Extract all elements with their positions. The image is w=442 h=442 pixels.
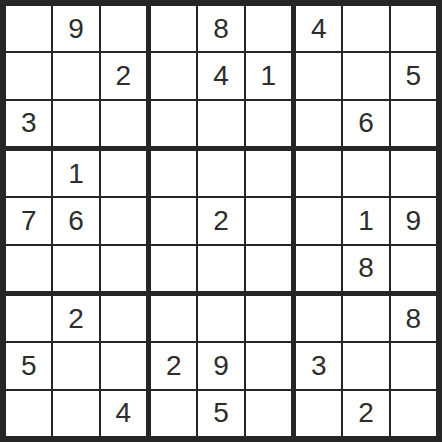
- sudoku-box-5: 2: [151, 151, 291, 291]
- cell-r2c2[interactable]: [53, 53, 98, 98]
- cell-r6c3[interactable]: [101, 246, 146, 291]
- sudoku-board-frame: 9238414561762198254295832: [0, 0, 442, 442]
- sudoku-box-8: 295: [151, 296, 291, 436]
- cell-r4c3[interactable]: [101, 151, 146, 196]
- cell-r6c6[interactable]: [246, 246, 291, 291]
- cell-r9c4[interactable]: [151, 391, 196, 436]
- cell-r1c4[interactable]: [151, 6, 196, 51]
- cell-r2c4[interactable]: [151, 53, 196, 98]
- cell-r5c1[interactable]: 7: [6, 198, 51, 243]
- cell-r3c3[interactable]: [101, 101, 146, 146]
- cell-r5c9[interactable]: 9: [391, 198, 436, 243]
- sudoku-box-9: 832: [296, 296, 436, 436]
- cell-r1c6[interactable]: [246, 6, 291, 51]
- cell-r6c7[interactable]: [296, 246, 341, 291]
- cell-r4c9[interactable]: [391, 151, 436, 196]
- cell-r2c5[interactable]: 4: [198, 53, 243, 98]
- cell-r8c9[interactable]: [391, 343, 436, 388]
- cell-r5c4[interactable]: [151, 198, 196, 243]
- cell-r6c4[interactable]: [151, 246, 196, 291]
- cell-r2c6[interactable]: 1: [246, 53, 291, 98]
- cell-r2c1[interactable]: [6, 53, 51, 98]
- cell-r3c2[interactable]: [53, 101, 98, 146]
- cell-r9c8[interactable]: 2: [343, 391, 388, 436]
- cell-r7c4[interactable]: [151, 296, 196, 341]
- cell-r5c8[interactable]: 1: [343, 198, 388, 243]
- cell-r9c1[interactable]: [6, 391, 51, 436]
- cell-r8c7[interactable]: 3: [296, 343, 341, 388]
- cell-r3c5[interactable]: [198, 101, 243, 146]
- cell-r8c2[interactable]: [53, 343, 98, 388]
- cell-r5c7[interactable]: [296, 198, 341, 243]
- cell-r3c4[interactable]: [151, 101, 196, 146]
- cell-r1c3[interactable]: [101, 6, 146, 51]
- cell-r6c8[interactable]: 8: [343, 246, 388, 291]
- cell-r7c6[interactable]: [246, 296, 291, 341]
- cell-r8c4[interactable]: 2: [151, 343, 196, 388]
- sudoku-board: 9238414561762198254295832: [6, 6, 436, 436]
- cell-r9c2[interactable]: [53, 391, 98, 436]
- cell-r4c4[interactable]: [151, 151, 196, 196]
- cell-r5c3[interactable]: [101, 198, 146, 243]
- cell-r5c5[interactable]: 2: [198, 198, 243, 243]
- cell-r9c6[interactable]: [246, 391, 291, 436]
- cell-r3c8[interactable]: 6: [343, 101, 388, 146]
- cell-r4c2[interactable]: 1: [53, 151, 98, 196]
- cell-r4c7[interactable]: [296, 151, 341, 196]
- cell-r6c2[interactable]: [53, 246, 98, 291]
- cell-r9c9[interactable]: [391, 391, 436, 436]
- cell-r4c8[interactable]: [343, 151, 388, 196]
- cell-r8c3[interactable]: [101, 343, 146, 388]
- cell-r1c2[interactable]: 9: [53, 6, 98, 51]
- cell-r8c8[interactable]: [343, 343, 388, 388]
- cell-r2c3[interactable]: 2: [101, 53, 146, 98]
- cell-r9c7[interactable]: [296, 391, 341, 436]
- sudoku-box-2: 841: [151, 6, 291, 146]
- cell-r2c9[interactable]: 5: [391, 53, 436, 98]
- cell-r5c2[interactable]: 6: [53, 198, 98, 243]
- cell-r4c6[interactable]: [246, 151, 291, 196]
- cell-r9c3[interactable]: 4: [101, 391, 146, 436]
- cell-r6c5[interactable]: [198, 246, 243, 291]
- cell-r3c1[interactable]: 3: [6, 101, 51, 146]
- cell-r7c3[interactable]: [101, 296, 146, 341]
- cell-r7c1[interactable]: [6, 296, 51, 341]
- sudoku-box-6: 198: [296, 151, 436, 291]
- cell-r7c5[interactable]: [198, 296, 243, 341]
- cell-r7c2[interactable]: 2: [53, 296, 98, 341]
- cell-r6c1[interactable]: [6, 246, 51, 291]
- cell-r1c7[interactable]: 4: [296, 6, 341, 51]
- cell-r4c5[interactable]: [198, 151, 243, 196]
- sudoku-box-1: 923: [6, 6, 146, 146]
- cell-r7c9[interactable]: 8: [391, 296, 436, 341]
- cell-r9c5[interactable]: 5: [198, 391, 243, 436]
- cell-r1c1[interactable]: [6, 6, 51, 51]
- cell-r2c7[interactable]: [296, 53, 341, 98]
- cell-r5c6[interactable]: [246, 198, 291, 243]
- cell-r8c1[interactable]: 5: [6, 343, 51, 388]
- cell-r8c5[interactable]: 9: [198, 343, 243, 388]
- sudoku-box-4: 176: [6, 151, 146, 291]
- cell-r1c8[interactable]: [343, 6, 388, 51]
- cell-r6c9[interactable]: [391, 246, 436, 291]
- cell-r2c8[interactable]: [343, 53, 388, 98]
- cell-r7c8[interactable]: [343, 296, 388, 341]
- cell-r3c6[interactable]: [246, 101, 291, 146]
- sudoku-box-7: 254: [6, 296, 146, 436]
- cell-r1c9[interactable]: [391, 6, 436, 51]
- cell-r7c7[interactable]: [296, 296, 341, 341]
- cell-r1c5[interactable]: 8: [198, 6, 243, 51]
- cell-r4c1[interactable]: [6, 151, 51, 196]
- sudoku-box-3: 456: [296, 6, 436, 146]
- cell-r3c9[interactable]: [391, 101, 436, 146]
- cell-r3c7[interactable]: [296, 101, 341, 146]
- cell-r8c6[interactable]: [246, 343, 291, 388]
